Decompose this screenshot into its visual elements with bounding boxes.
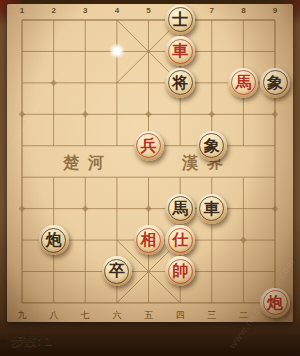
- clipped-text-fragment: [0, 340, 7, 343]
- piece-character: 象: [267, 75, 283, 91]
- piece-character: 卒: [109, 263, 125, 279]
- piece-character: 炮: [46, 232, 62, 248]
- piece-black-elephant[interactable]: 象: [197, 131, 227, 161]
- piece-black-chariot[interactable]: 車: [197, 194, 227, 224]
- pieces-layer: 士車将馬象兵象馬車炮相仕卒帥炮: [6, 4, 291, 318]
- app-window: 123456789 九八七六五四三二一 楚河 漢界 士車将馬象兵象馬車炮相仕卒帥…: [0, 0, 300, 356]
- piece-character: 将: [172, 75, 188, 91]
- piece-character: 相: [141, 232, 157, 248]
- piece-character: 炮: [267, 295, 283, 311]
- piece-black-soldier[interactable]: 卒: [102, 256, 132, 286]
- piece-red-soldier[interactable]: 兵: [134, 131, 164, 161]
- piece-black-advisor[interactable]: 士: [165, 5, 195, 35]
- step-counter-label: 步数:: [11, 333, 41, 348]
- piece-character: 馬: [172, 201, 188, 217]
- piece-red-elephant[interactable]: 相: [134, 225, 164, 255]
- step-counter: 步数: 1: [11, 332, 52, 350]
- hud-bar: 步数: 1: [0, 330, 300, 356]
- piece-black-cannon[interactable]: 炮: [39, 225, 69, 255]
- piece-black-elephant[interactable]: 象: [260, 68, 290, 98]
- piece-red-advisor[interactable]: 仕: [165, 225, 195, 255]
- piece-red-chariot[interactable]: 車: [165, 36, 195, 66]
- piece-character: 仕: [172, 232, 188, 248]
- piece-red-horse[interactable]: 馬: [228, 68, 258, 98]
- xiangqi-board[interactable]: 123456789 九八七六五四三二一 楚河 漢界 士車将馬象兵象馬車炮相仕卒帥…: [7, 4, 293, 322]
- piece-red-cannon[interactable]: 炮: [260, 288, 290, 318]
- piece-character: 帥: [172, 263, 188, 279]
- piece-character: 車: [204, 201, 220, 217]
- step-counter-value: 1: [45, 333, 52, 348]
- piece-character: 車: [172, 43, 188, 59]
- piece-red-general[interactable]: 帥: [165, 256, 195, 286]
- piece-black-horse[interactable]: 馬: [165, 194, 195, 224]
- piece-black-general[interactable]: 将: [165, 68, 195, 98]
- piece-character: 象: [204, 138, 220, 154]
- piece-character: 馬: [235, 75, 251, 91]
- piece-character: 士: [172, 12, 188, 28]
- piece-character: 兵: [141, 138, 157, 154]
